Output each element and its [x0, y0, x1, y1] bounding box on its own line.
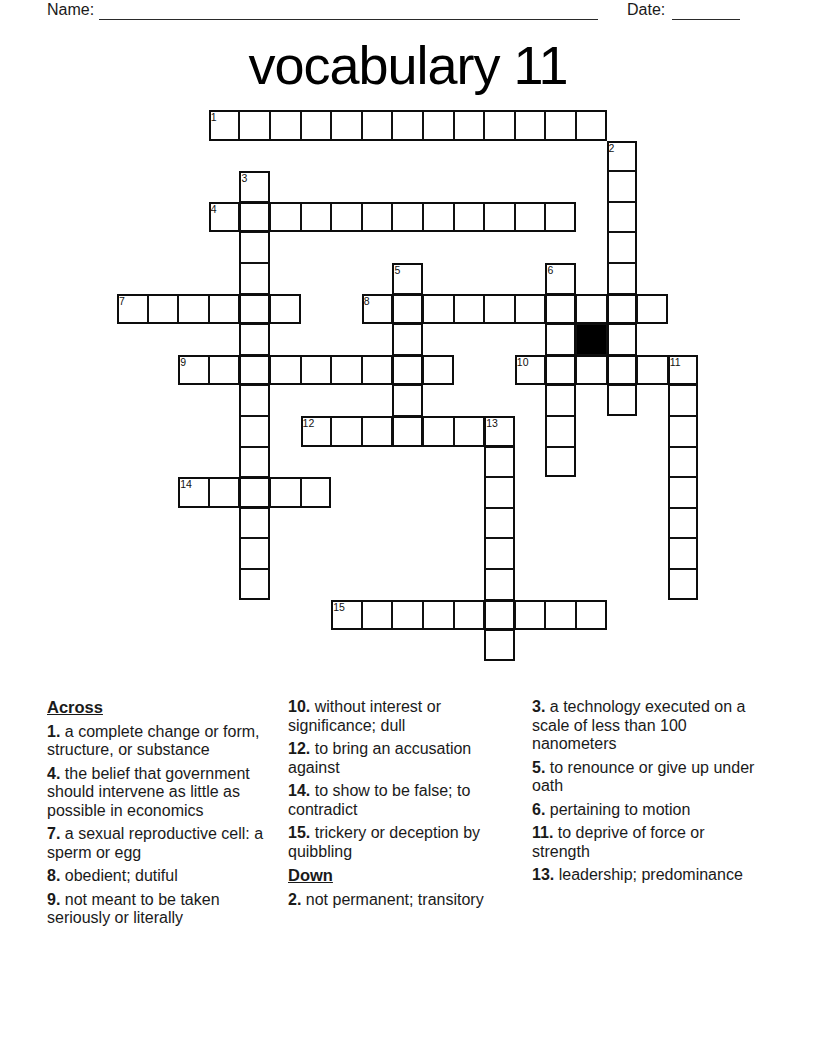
grid-cell-r12c18[interactable] — [668, 477, 699, 508]
grid-cell-r8c9[interactable] — [392, 355, 423, 386]
date-label: Date: — [627, 1, 665, 19]
grid-cell-r15c18[interactable] — [668, 569, 699, 600]
clue-number-label: 12. — [288, 740, 310, 757]
grid-cell-r6c5[interactable] — [270, 294, 301, 325]
clue-number-label: 6. — [532, 801, 545, 818]
grid-cell-r3c10[interactable] — [423, 202, 454, 233]
grid-cell-r0c3[interactable] — [209, 110, 240, 141]
across-clues-header: Across — [47, 698, 265, 717]
grid-cell-r3c8[interactable] — [362, 202, 393, 233]
grid-cell-r6c10[interactable] — [423, 294, 454, 325]
grid-cell-r7c4[interactable] — [239, 324, 270, 355]
clue-across-7: 7. a sexual reproductive cell: a sperm o… — [47, 825, 265, 862]
grid-cell-r8c14[interactable] — [545, 355, 576, 386]
grid-cell-r3c16[interactable] — [607, 202, 638, 233]
grid-cell-r13c4[interactable] — [239, 508, 270, 539]
date-input-line[interactable] — [672, 2, 740, 20]
grid-cell-r6c12[interactable] — [484, 294, 515, 325]
grid-cell-r10c9[interactable] — [392, 416, 423, 447]
grid-cell-r12c12[interactable] — [484, 477, 515, 508]
grid-cell-r12c6[interactable] — [301, 477, 332, 508]
grid-cell-r3c4[interactable] — [239, 202, 270, 233]
grid-cell-r10c8[interactable] — [362, 416, 393, 447]
grid-cell-r16c12[interactable] — [484, 600, 515, 631]
clue-column-3: 3. a technology executed on a scale of l… — [532, 698, 756, 890]
grid-cell-r8c10[interactable] — [423, 355, 454, 386]
grid-cell-r8c5[interactable] — [270, 355, 301, 386]
grid-cell-r6c14[interactable] — [545, 294, 576, 325]
name-label: Name: — [47, 1, 94, 19]
grid-cell-r3c13[interactable] — [515, 202, 546, 233]
grid-cell-r11c4[interactable] — [239, 447, 270, 478]
clue-number-label: 1. — [47, 723, 60, 740]
grid-cell-r9c4[interactable] — [239, 385, 270, 416]
clue-down-6: 6. pertaining to motion — [532, 801, 756, 820]
grid-cell-r0c15[interactable] — [576, 110, 607, 141]
grid-cell-r8c4[interactable] — [239, 355, 270, 386]
grid-cell-r3c3[interactable] — [209, 202, 240, 233]
clue-across-14: 14. to show to be false; to contradict — [288, 782, 521, 819]
grid-cell-r14c12[interactable] — [484, 538, 515, 569]
grid-cell-r8c18[interactable] — [668, 355, 699, 386]
grid-cell-r6c15[interactable] — [576, 294, 607, 325]
grid-cell-r0c4[interactable] — [239, 110, 270, 141]
grid-cell-r0c6[interactable] — [301, 110, 332, 141]
grid-cell-r15c12[interactable] — [484, 569, 515, 600]
grid-cell-r0c5[interactable] — [270, 110, 301, 141]
clue-column-2: 10. without interest or significance; du… — [288, 698, 521, 914]
grid-cell-r9c18[interactable] — [668, 385, 699, 416]
grid-cell-r5c16[interactable] — [607, 263, 638, 294]
grid-cell-r6c3[interactable] — [209, 294, 240, 325]
grid-cell-r3c11[interactable] — [454, 202, 485, 233]
clue-across-1: 1. a complete change or form, structure,… — [47, 723, 265, 760]
grid-cell-r9c16[interactable] — [607, 385, 638, 416]
grid-cell-r0c13[interactable] — [515, 110, 546, 141]
grid-cell-r9c14[interactable] — [545, 385, 576, 416]
clue-number-label: 4. — [47, 765, 60, 782]
clue-number-label: 10. — [288, 698, 310, 715]
grid-cell-r16c11[interactable] — [454, 600, 485, 631]
grid-cell-r16c13[interactable] — [515, 600, 546, 631]
grid-cell-r12c4[interactable] — [239, 477, 270, 508]
grid-cell-r10c12[interactable] — [484, 416, 515, 447]
clue-across-9: 9. not meant to be taken seriously or li… — [47, 891, 265, 928]
clue-number-label: 3. — [532, 698, 545, 715]
grid-cell-r6c1[interactable] — [148, 294, 179, 325]
grid-cell-r15c4[interactable] — [239, 569, 270, 600]
grid-cell-r6c2[interactable] — [178, 294, 209, 325]
grid-cell-r10c4[interactable] — [239, 416, 270, 447]
grid-cell-r2c4[interactable] — [239, 171, 270, 202]
grid-cell-r16c7[interactable] — [331, 600, 362, 631]
grid-cell-r7c14[interactable] — [545, 324, 576, 355]
grid-cell-r16c14[interactable] — [545, 600, 576, 631]
grid-cell-r16c15[interactable] — [576, 600, 607, 631]
clue-number-label: 9. — [47, 891, 60, 908]
grid-cell-r10c6[interactable] — [301, 416, 332, 447]
grid-cell-r8c16[interactable] — [607, 355, 638, 386]
grid-cell-r12c3[interactable] — [209, 477, 240, 508]
clue-down-11: 11. to deprive of force or strength — [532, 824, 756, 861]
grid-cell-r14c4[interactable] — [239, 538, 270, 569]
grid-cell-r16c9[interactable] — [392, 600, 423, 631]
name-input-line[interactable] — [99, 2, 598, 20]
grid-cell-r3c12[interactable] — [484, 202, 515, 233]
clue-across-4: 4. the belief that government should int… — [47, 765, 265, 821]
grid-cell-r10c11[interactable] — [454, 416, 485, 447]
grid-cell-r10c14[interactable] — [545, 416, 576, 447]
clue-down-3: 3. a technology executed on a scale of l… — [532, 698, 756, 754]
clue-down-13: 13. leadership; predominance — [532, 866, 756, 885]
grid-cell-r5c9[interactable] — [392, 263, 423, 294]
grid-cell-r0c8[interactable] — [362, 110, 393, 141]
grid-cell-r13c18[interactable] — [668, 508, 699, 539]
grid-cell-r8c17[interactable] — [637, 355, 668, 386]
crossword-grid: 123456789101112131415 — [117, 110, 699, 661]
grid-cell-r8c13[interactable] — [515, 355, 546, 386]
grid-cell-r8c7[interactable] — [331, 355, 362, 386]
grid-cell-r6c13[interactable] — [515, 294, 546, 325]
grid-cell-r16c10[interactable] — [423, 600, 454, 631]
grid-cell-r6c9[interactable] — [392, 294, 423, 325]
grid-cell-r17c12[interactable] — [484, 630, 515, 661]
grid-cell-r9c9[interactable] — [392, 385, 423, 416]
grid-cell-r10c10[interactable] — [423, 416, 454, 447]
grid-cell-r0c9[interactable] — [392, 110, 423, 141]
grid-cell-r1c16[interactable] — [607, 141, 638, 172]
grid-cell-r3c6[interactable] — [301, 202, 332, 233]
grid-cell-r5c14[interactable] — [545, 263, 576, 294]
grid-cell-r4c4[interactable] — [239, 232, 270, 263]
grid-cell-r6c4[interactable] — [239, 294, 270, 325]
clue-across-10: 10. without interest or significance; du… — [288, 698, 521, 735]
black-cell — [576, 324, 607, 355]
grid-cell-r10c18[interactable] — [668, 416, 699, 447]
grid-cell-r11c12[interactable] — [484, 447, 515, 478]
grid-cell-r4c16[interactable] — [607, 232, 638, 263]
clue-down-2: 2. not permanent; transitory — [288, 891, 521, 910]
grid-cell-r7c16[interactable] — [607, 324, 638, 355]
grid-cell-r0c12[interactable] — [484, 110, 515, 141]
grid-cell-r2c16[interactable] — [607, 171, 638, 202]
clue-number-label: 7. — [47, 825, 60, 842]
clue-number-label: 11. — [532, 824, 553, 841]
grid-cell-r12c2[interactable] — [178, 477, 209, 508]
grid-cell-r10c7[interactable] — [331, 416, 362, 447]
grid-cell-r7c9[interactable] — [392, 324, 423, 355]
grid-cell-r6c11[interactable] — [454, 294, 485, 325]
grid-cell-r0c14[interactable] — [545, 110, 576, 141]
grid-cell-r0c7[interactable] — [331, 110, 362, 141]
clue-number-label: 14. — [288, 782, 310, 799]
crossword-worksheet-page: { "game": "crossword", "title": "vocabul… — [0, 0, 816, 1056]
grid-cell-r3c14[interactable] — [545, 202, 576, 233]
grid-cell-r12c5[interactable] — [270, 477, 301, 508]
grid-cell-r3c5[interactable] — [270, 202, 301, 233]
grid-cell-r8c2[interactable] — [178, 355, 209, 386]
clue-across-15: 15. trickery or deception by quibbling — [288, 824, 521, 861]
grid-cell-r6c16[interactable] — [607, 294, 638, 325]
grid-cell-r11c18[interactable] — [668, 447, 699, 478]
grid-cell-r3c7[interactable] — [331, 202, 362, 233]
clue-number-label: 2. — [288, 891, 301, 908]
grid-cell-r13c12[interactable] — [484, 508, 515, 539]
clue-across-8: 8. obedient; dutiful — [47, 867, 265, 886]
grid-cell-r6c8[interactable] — [362, 294, 393, 325]
grid-cell-r0c11[interactable] — [454, 110, 485, 141]
grid-cell-r6c0[interactable] — [117, 294, 148, 325]
clue-column-1: Across1. a complete change or form, stru… — [47, 698, 265, 933]
grid-cell-r11c14[interactable] — [545, 447, 576, 478]
clue-down-5: 5. to renounce or give up under oath — [532, 759, 756, 796]
grid-cell-r16c8[interactable] — [362, 600, 393, 631]
page-title: vocabulary 11 — [0, 36, 816, 95]
grid-cell-r8c3[interactable] — [209, 355, 240, 386]
grid-cell-r8c6[interactable] — [301, 355, 332, 386]
grid-cell-r5c4[interactable] — [239, 263, 270, 294]
grid-cell-r8c15[interactable] — [576, 355, 607, 386]
clue-number-label: 5. — [532, 759, 545, 776]
clue-number-label: 8. — [47, 867, 60, 884]
clue-number-label: 13. — [532, 866, 554, 883]
clue-across-12: 12. to bring an accusation against — [288, 740, 521, 777]
grid-cell-r3c9[interactable] — [392, 202, 423, 233]
grid-cell-r8c8[interactable] — [362, 355, 393, 386]
grid-cell-r14c18[interactable] — [668, 538, 699, 569]
clue-number-label: 15. — [288, 824, 310, 841]
grid-cell-r6c17[interactable] — [637, 294, 668, 325]
grid-cell-r0c10[interactable] — [423, 110, 454, 141]
down-clues-header: Down — [288, 866, 521, 885]
